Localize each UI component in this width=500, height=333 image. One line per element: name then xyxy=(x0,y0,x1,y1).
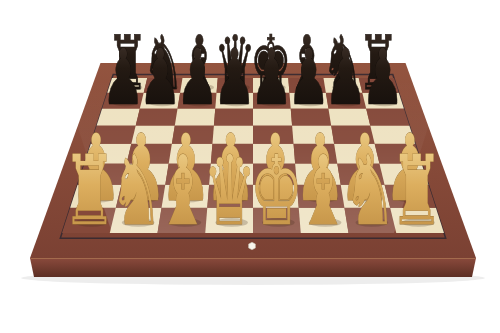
piece-white-rook-h1[interactable]: ♜ xyxy=(390,135,443,247)
piece-black-pawn-h7[interactable]: ♟ xyxy=(361,32,404,122)
piece-white-queen-d1[interactable]: ♛ xyxy=(203,135,256,247)
piece-white-knight-g1[interactable]: ♞ xyxy=(343,135,396,247)
white-bishop-glyph: ♝ xyxy=(156,135,209,247)
black-pawn-glyph: ♟ xyxy=(361,32,404,122)
piece-white-bishop-c1[interactable]: ♝ xyxy=(156,135,209,247)
white-knight-glyph: ♞ xyxy=(343,135,396,247)
chessboard: ♜♞♝♛♚♝♞♜♟♟♟♟♟♟♟♟♟♟♟♟♟♟♟♟♜♞♝♛♚♝♞♜ xyxy=(0,0,500,333)
board-side-face xyxy=(30,258,476,277)
piece-white-bishop-f1[interactable]: ♝ xyxy=(296,135,349,247)
white-knight-glyph: ♞ xyxy=(109,135,162,247)
piece-white-knight-b1[interactable]: ♞ xyxy=(109,135,162,247)
white-rook-glyph: ♜ xyxy=(63,135,116,247)
white-rook-glyph: ♜ xyxy=(390,135,443,247)
piece-white-rook-a1[interactable]: ♜ xyxy=(63,135,116,247)
white-king-glyph: ♚ xyxy=(250,135,303,247)
white-queen-glyph: ♛ xyxy=(203,135,256,247)
white-bishop-glyph: ♝ xyxy=(296,135,349,247)
photo-background: ♜♞♝♛♚♝♞♜♟♟♟♟♟♟♟♟♟♟♟♟♟♟♟♟♜♞♝♛♚♝♞♜ xyxy=(0,0,500,333)
piece-white-king-e1[interactable]: ♚ xyxy=(250,135,303,247)
